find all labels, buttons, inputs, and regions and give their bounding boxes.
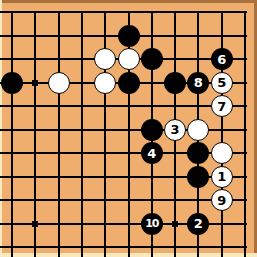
- black-stone: [187, 166, 209, 188]
- grid-line-v: [81, 11, 83, 257]
- grid-line-h: [0, 11, 247, 13]
- white-stone: [187, 119, 209, 141]
- white-stone: [48, 72, 70, 94]
- white-stone-move-9: 9: [211, 189, 233, 211]
- black-stone-move-10: 10: [141, 213, 163, 235]
- go-board: 86573419102: [0, 0, 257, 257]
- white-stone: [211, 142, 233, 164]
- black-stone: [141, 119, 163, 141]
- grid-line-v: [58, 11, 60, 257]
- black-stone-move-8: 8: [187, 72, 209, 94]
- grid-line-h: [0, 176, 247, 178]
- black-stone: [187, 142, 209, 164]
- white-stone-move-7: 7: [211, 95, 233, 117]
- black-stone-move-4: 4: [141, 142, 163, 164]
- black-stone-move-6: 6: [211, 48, 233, 70]
- grid-line-h: [0, 129, 247, 131]
- white-stone-move-5: 5: [211, 72, 233, 94]
- white-stone-move-1: 1: [211, 166, 233, 188]
- white-stone: [94, 72, 116, 94]
- white-stone: [94, 48, 116, 70]
- frame-edge-right: [254, 0, 257, 257]
- star-point: [32, 221, 38, 227]
- frame-edge-top: [0, 0, 257, 3]
- black-stone: [164, 72, 186, 94]
- black-stone-move-2: 2: [187, 213, 209, 235]
- grid-line-h: [0, 246, 247, 248]
- grid-line-v: [244, 11, 246, 257]
- grid-line-h: [0, 105, 247, 107]
- go-diagram: 86573419102: [0, 0, 257, 257]
- white-stone: [118, 48, 140, 70]
- black-stone: [118, 72, 140, 94]
- black-stone: [118, 25, 140, 47]
- star-point: [32, 80, 38, 86]
- black-stone: [1, 72, 23, 94]
- white-stone-move-3: 3: [164, 119, 186, 141]
- grid-line-h: [0, 199, 247, 201]
- star-point: [172, 221, 178, 227]
- black-stone: [141, 48, 163, 70]
- grid-line-v: [11, 11, 13, 257]
- grid-line-h: [0, 152, 247, 154]
